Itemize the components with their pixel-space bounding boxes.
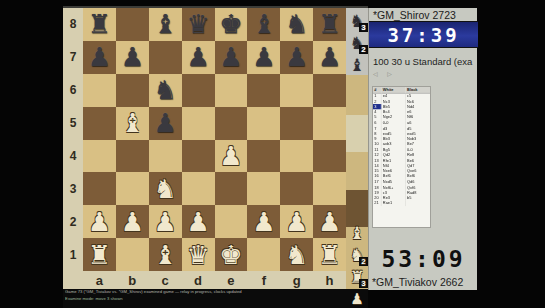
square-h5[interactable] <box>313 107 346 140</box>
rank-label-1: 1 <box>63 238 83 271</box>
square-b1[interactable] <box>116 238 149 271</box>
square-e8[interactable]: ♚ <box>215 8 248 41</box>
square-c2[interactable]: ♟ <box>149 205 182 238</box>
square-g6[interactable] <box>280 74 313 107</box>
black-pawn-a7: ♟ <box>88 44 111 70</box>
tray-segment <box>346 115 368 152</box>
square-d2[interactable]: ♟ <box>182 205 215 238</box>
move-list[interactable]: #WhiteBlack1e4c52Nc3Nc63Bb5Nd44Bc4e65Nge… <box>372 86 431 228</box>
file-label-h: h <box>313 271 346 289</box>
white-knight-tray-icon[interactable]: ♞2 <box>346 244 368 266</box>
square-a6[interactable] <box>83 74 116 107</box>
white-knight-c3: ♞ <box>154 176 177 202</box>
square-h2[interactable]: ♟ <box>313 205 346 238</box>
white-move[interactable]: Rae1 <box>382 201 406 206</box>
white-pawn-g2: ♟ <box>285 209 308 235</box>
square-d7[interactable]: ♟ <box>182 41 215 74</box>
square-f7[interactable]: ♟ <box>247 41 280 74</box>
square-d1[interactable]: ♛ <box>182 238 215 271</box>
move-list-table: #WhiteBlack1e4c52Nc3Nc63Bb5Nd44Bc4e65Nge… <box>373 87 431 206</box>
square-e4[interactable]: ♟ <box>215 140 248 173</box>
black-knight-tray-icon[interactable]: ♞3 <box>346 10 368 32</box>
white-clock-time: 53:09 <box>381 246 465 272</box>
square-a5[interactable] <box>83 107 116 140</box>
square-h4[interactable] <box>313 140 346 173</box>
square-c4[interactable] <box>149 140 182 173</box>
square-e3[interactable] <box>215 172 248 205</box>
white-pawn-b2: ♟ <box>121 209 144 235</box>
black-knight-tray-icon[interactable]: ♞2 <box>346 32 368 54</box>
white-pawn-c2: ♟ <box>154 209 177 235</box>
rank-label-6: 6 <box>63 74 83 107</box>
white-bishop-b5: ♝ <box>121 110 144 136</box>
square-b8[interactable] <box>116 8 149 41</box>
console-line: Game 73 (*GM_Tiviakov vs. *GM_Shirov) ex… <box>63 289 277 294</box>
player-black-name: *GM_Shirov 2723 <box>373 9 456 21</box>
black-pawn-d7: ♟ <box>186 44 209 70</box>
broadcast-screen: 87654321 ♜♝♛♚♝♞♜♟♟♟♟♟♟♟♞♝♟♟♞♟♟♟♟♟♟♟♜♝♛♚♞… <box>0 0 545 308</box>
square-d8[interactable]: ♛ <box>182 8 215 41</box>
file-label-c: c <box>149 271 182 289</box>
square-h6[interactable] <box>313 74 346 107</box>
black-clock-time: 37:39 <box>387 24 459 46</box>
black-queen-d8: ♛ <box>186 11 209 37</box>
square-a1[interactable]: ♜ <box>83 238 116 271</box>
white-pawn-e4: ♟ <box>219 143 242 169</box>
square-d3[interactable] <box>182 172 215 205</box>
square-g1[interactable]: ♞ <box>280 238 313 271</box>
square-d5[interactable] <box>182 107 215 140</box>
square-b6[interactable] <box>116 74 149 107</box>
move-row-21[interactable]: 21Rae1 <box>373 201 431 206</box>
black-move[interactable] <box>406 201 431 206</box>
file-label-a: a <box>83 271 116 289</box>
square-c7[interactable] <box>149 41 182 74</box>
black-rook-h8: ♜ <box>318 11 341 37</box>
black-pawn-e7: ♟ <box>219 44 242 70</box>
time-control-label: 100 30 u Standard (exa <box>373 56 477 67</box>
black-bishop-c8: ♝ <box>154 11 177 37</box>
square-h7[interactable]: ♟ <box>313 41 346 74</box>
square-e5[interactable] <box>215 107 248 140</box>
square-b5[interactable]: ♝ <box>116 107 149 140</box>
move-nav-buttons[interactable]: ◁ ▷ <box>373 70 396 77</box>
square-c1[interactable]: ♝ <box>149 238 182 271</box>
rank-label-2: 2 <box>63 205 83 238</box>
square-h1[interactable]: ♜ <box>313 238 346 271</box>
white-rook-tray-icon[interactable]: ♜3 <box>346 266 368 288</box>
file-label-f: f <box>247 271 280 289</box>
square-f2[interactable]: ♟ <box>247 205 280 238</box>
square-h8[interactable]: ♜ <box>313 8 346 41</box>
white-pawn-h2: ♟ <box>318 209 341 235</box>
white-queen-d1: ♛ <box>186 242 209 268</box>
black-bishop-f8: ♝ <box>252 11 275 37</box>
square-b7[interactable]: ♟ <box>116 41 149 74</box>
square-e7[interactable]: ♟ <box>215 41 248 74</box>
rank-coordinates: 87654321 <box>63 8 83 271</box>
file-label-g: g <box>280 271 313 289</box>
file-label-b: b <box>116 271 149 289</box>
coord-corner <box>63 271 83 289</box>
rank-label-4: 4 <box>63 140 83 173</box>
white-king-e1: ♚ <box>219 242 242 268</box>
square-f6[interactable] <box>247 74 280 107</box>
white-clock: 53:09 <box>369 246 478 272</box>
black-knight-g8: ♞ <box>285 11 308 37</box>
square-f1[interactable] <box>247 238 280 271</box>
white-pawn-tray-icon[interactable]: ♟ <box>347 291 367 308</box>
square-d4[interactable] <box>182 140 215 173</box>
move-number[interactable]: 21 <box>373 201 382 206</box>
white-pawn-d2: ♟ <box>186 209 209 235</box>
black-pawn-g7: ♟ <box>285 44 308 70</box>
tray-count-badge: 2 <box>359 45 368 54</box>
black-king-e8: ♚ <box>219 11 242 37</box>
file-label-e: e <box>215 271 248 289</box>
square-f5[interactable] <box>247 107 280 140</box>
file-label-d: d <box>182 271 215 289</box>
black-clock: 37:39 <box>369 21 478 48</box>
move-list-header-cell: White <box>382 87 406 93</box>
move-list-header-cell: Black <box>406 87 431 93</box>
square-e6[interactable] <box>215 74 248 107</box>
square-g7[interactable]: ♟ <box>280 41 313 74</box>
black-rook-a8: ♜ <box>88 11 111 37</box>
black-knight-c6: ♞ <box>154 77 177 103</box>
white-bishop-c1: ♝ <box>154 242 177 268</box>
chess-board-window: 87654321 ♜♝♛♚♝♞♜♟♟♟♟♟♟♟♞♝♟♟♞♟♟♟♟♟♟♟♜♝♛♚♞… <box>63 0 368 308</box>
square-g8[interactable]: ♞ <box>280 8 313 41</box>
white-knight-g1: ♞ <box>285 242 308 268</box>
rank-label-8: 8 <box>63 8 83 41</box>
square-b3[interactable] <box>116 172 149 205</box>
square-d6[interactable] <box>182 74 215 107</box>
square-e2[interactable] <box>215 205 248 238</box>
square-a7[interactable]: ♟ <box>83 41 116 74</box>
tray-segment <box>346 75 368 115</box>
black-bishop-tray-icon[interactable]: ♝ <box>346 54 368 76</box>
square-e1[interactable]: ♚ <box>215 238 248 271</box>
square-a8[interactable]: ♜ <box>83 8 116 41</box>
rank-label-7: 7 <box>63 41 83 74</box>
white-pawn-a2: ♟ <box>88 209 111 235</box>
tray-segment <box>346 152 368 190</box>
square-a2[interactable]: ♟ <box>83 205 116 238</box>
square-f4[interactable] <box>247 140 280 173</box>
square-b4[interactable] <box>116 140 149 173</box>
console-output: Game 73 (*GM_Tiviakov vs. *GM_Shirov) ex… <box>63 289 368 308</box>
move-list-header-cell: # <box>373 87 382 93</box>
square-h3[interactable] <box>313 172 346 205</box>
white-bishop-tray-icon[interactable]: ♝ <box>346 222 368 244</box>
tray-count-badge: 3 <box>359 23 368 32</box>
square-c5[interactable]: ♟ <box>149 107 182 140</box>
tray-count-badge: 3 <box>359 279 368 288</box>
black-pawn-b7: ♟ <box>121 44 144 70</box>
rank-label-5: 5 <box>63 107 83 140</box>
rank-label-3: 3 <box>63 172 83 205</box>
square-c3[interactable]: ♞ <box>149 172 182 205</box>
square-f8[interactable]: ♝ <box>247 8 280 41</box>
square-a4[interactable] <box>83 140 116 173</box>
square-a3[interactable] <box>83 172 116 205</box>
square-g5[interactable] <box>280 107 313 140</box>
black-pawn-f7: ♟ <box>252 44 275 70</box>
white-rook-h1: ♜ <box>318 242 341 268</box>
square-b2[interactable]: ♟ <box>116 205 149 238</box>
black-pawn-c5: ♟ <box>154 110 177 136</box>
white-rook-a1: ♜ <box>88 242 111 268</box>
square-g3[interactable] <box>280 172 313 205</box>
square-c8[interactable]: ♝ <box>149 8 182 41</box>
square-f3[interactable] <box>247 172 280 205</box>
console-line: Examine mode: move 3 shown <box>63 296 277 301</box>
square-g2[interactable]: ♟ <box>280 205 313 238</box>
chess-board[interactable]: ♜♝♛♚♝♞♜♟♟♟♟♟♟♟♞♝♟♟♞♟♟♟♟♟♟♟♜♝♛♚♞♜ <box>83 8 346 271</box>
white-pawn-f2: ♟ <box>252 209 275 235</box>
player-white-name: *GM_Tiviakov 2662 <box>372 276 463 288</box>
square-c6[interactable]: ♞ <box>149 74 182 107</box>
piece-tray: ♞3♞2♝♝♞2♜3 <box>346 8 368 289</box>
game-info-panel: *GM_Shirov 2723 37:39 100 30 u Standard … <box>368 8 477 290</box>
file-coordinates: abcdefgh <box>63 271 346 289</box>
black-pawn-h7: ♟ <box>318 44 341 70</box>
tray-count-badge: 2 <box>359 257 368 266</box>
square-g4[interactable] <box>280 140 313 173</box>
